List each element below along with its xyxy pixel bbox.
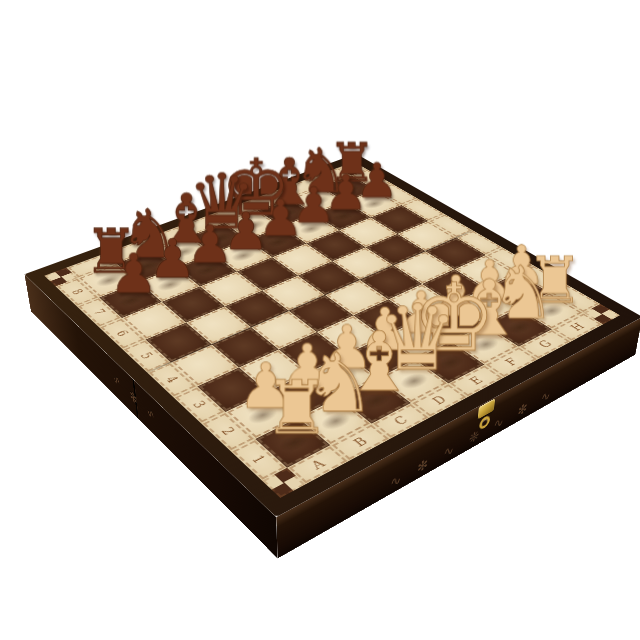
latch-catch-slot <box>466 412 474 428</box>
board-top-face: 87654321ABCDEFGH ♜♞♝♛♚♝♞♜♟♟♟♟♟♟♟♟♟♟♟♟♟♟♟… <box>24 154 640 517</box>
product-photo-white-background: 87654321ABCDEFGH ♜♞♝♛♚♝♞♜♟♟♟♟♟♟♟♟♟♟♟♟♟♟♟… <box>0 0 640 640</box>
folding-chess-board-box: 87654321ABCDEFGH ♜♞♝♛♚♝♞♜♟♟♟♟♟♟♟♟♟♟♟♟♟♟♟… <box>24 154 640 517</box>
board-grid: 87654321ABCDEFGH <box>44 162 620 498</box>
